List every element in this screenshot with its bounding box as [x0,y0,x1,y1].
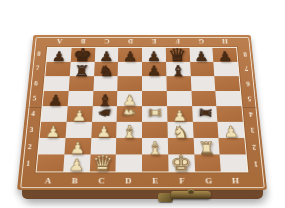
square-e2: ♝ [142,138,168,155]
square-a4 [41,106,67,122]
square-b5 [67,91,93,106]
piece-light-queen-c1: ♛ [89,154,116,174]
square-e1 [142,154,168,171]
rank-label-left-6: 6 [29,76,42,91]
piece-light-pawn-b1: ♟ [63,156,90,174]
square-g8: ♟ [189,48,213,62]
playing-area: ♟♚♟♟♟♛♟♟♜♞♟♝♟♝♟♟♞♞♜♟♜♟♟♝♞♟♟♝♜♟♛♚ [36,47,249,172]
square-b8: ♚ [70,48,94,62]
square-d7 [118,62,142,76]
file-label-bottom-h: H [222,174,250,188]
file-label-top-g: G [189,36,213,47]
rank-label-right-7: 7 [240,61,253,76]
file-label-top-e: E [142,36,166,47]
file-label-top-c: C [95,36,119,47]
rank-label-left-1: 1 [21,155,35,172]
file-label-top-a: A [47,36,71,47]
square-e4: ♜ [142,106,167,122]
square-c8: ♟ [94,48,118,62]
square-f8: ♛ [166,48,190,62]
file-label-top-d: D [118,36,142,47]
square-f2 [168,138,194,155]
rank-label-left-7: 7 [31,61,44,76]
piece-light-king-f1: ♚ [168,154,195,174]
square-e7: ♟ [142,62,166,76]
file-label-bottom-d: D [115,174,142,188]
square-e5 [142,91,167,106]
square-h5 [216,91,242,106]
square-h8: ♟ [213,48,238,62]
square-h7 [214,62,239,76]
square-a5: ♟ [43,91,69,106]
square-g6 [190,76,215,91]
square-g3 [192,122,218,138]
file-labels-bottom: ABCDEFGH [34,174,250,188]
square-d6 [117,76,142,91]
rank-label-left-8: 8 [32,47,45,61]
square-e6 [142,76,167,91]
square-h6 [215,76,241,91]
rank-label-right-2: 2 [247,138,261,155]
square-h3: ♟ [218,122,245,138]
square-g4: ♜ [192,106,218,122]
file-label-bottom-g: G [195,174,223,188]
square-f3: ♞ [167,122,193,138]
rank-label-right-3: 3 [246,122,260,138]
square-b3 [65,122,91,138]
square-h2 [219,138,246,155]
square-d3: ♝ [116,122,142,138]
square-g5 [191,91,217,106]
square-c5: ♝ [92,91,117,106]
rank-label-left-2: 2 [23,138,37,155]
square-c3: ♟ [91,122,117,138]
square-e3 [142,122,168,138]
file-labels-top: ABCDEFGH [47,36,237,47]
square-f4: ♟ [167,106,193,122]
rank-label-right-4: 4 [244,106,258,122]
rank-label-left-5: 5 [28,91,42,106]
brass-clasp [158,190,214,203]
square-a3: ♟ [40,122,67,138]
rank-label-right-5: 5 [243,91,257,106]
square-a1 [37,154,64,171]
square-f5 [167,91,192,106]
square-h4 [217,106,243,122]
square-d4: ♞ [117,106,142,122]
square-f1: ♚ [168,154,195,171]
rank-label-right-8: 8 [239,47,252,61]
square-d8: ♟ [118,48,142,62]
square-c1: ♛ [89,154,116,171]
square-e8: ♟ [142,48,166,62]
chess-board: ABCDEFGH ABCDEFGH 12345678 12345678 ♟♚♟♟… [17,35,267,190]
square-b7: ♜ [69,62,94,76]
square-f6 [166,76,191,91]
file-label-bottom-b: B [61,174,89,188]
square-f7: ♝ [166,62,190,76]
file-label-top-h: H [212,36,236,47]
file-label-bottom-f: F [169,174,196,188]
square-g7 [190,62,215,76]
clasp-pin [188,189,194,194]
square-g2: ♜ [193,138,220,155]
product-photo-scene: ABCDEFGH ABCDEFGH 12345678 12345678 ♟♚♟♟… [0,0,285,208]
square-d2 [116,138,142,155]
file-label-bottom-a: A [34,174,62,188]
square-b2: ♟ [64,138,91,155]
rank-label-left-3: 3 [24,122,38,138]
square-c7: ♞ [94,62,118,76]
square-b6 [68,76,93,91]
square-a6 [44,76,70,91]
rank-label-left-4: 4 [26,106,40,122]
square-c2 [90,138,116,155]
square-b4: ♟ [66,106,92,122]
square-c4: ♞ [92,106,118,122]
square-a8: ♟ [47,48,72,62]
square-d1 [116,154,142,171]
rank-label-right-1: 1 [249,155,263,172]
square-g1 [194,154,221,171]
square-a7 [45,62,70,76]
square-c6 [93,76,118,91]
file-label-bottom-c: C [88,174,115,188]
square-h1 [220,154,247,171]
board-frame: ABCDEFGH ABCDEFGH 12345678 12345678 ♟♚♟♟… [17,35,267,190]
file-label-top-f: F [165,36,189,47]
file-label-top-b: B [71,36,95,47]
rank-label-right-6: 6 [241,76,254,91]
square-b1: ♟ [63,154,90,171]
file-label-bottom-e: E [142,174,169,188]
square-a2 [38,138,65,155]
square-d5: ♟ [117,91,142,106]
